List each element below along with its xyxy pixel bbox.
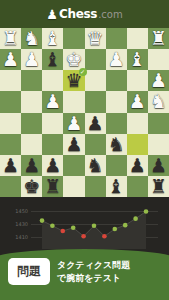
rating-point-pass-1428 — [92, 224, 97, 229]
square-f1[interactable]: ♝ — [42, 28, 63, 49]
square-d6[interactable] — [85, 134, 106, 155]
piece-bN-c6: ♞ — [108, 134, 125, 155]
square-c7[interactable] — [106, 155, 127, 176]
square-h6[interactable] — [0, 134, 21, 155]
piece-wN-g1: ♞ — [23, 28, 40, 49]
piece-wP-h2: ♟ — [2, 49, 19, 70]
ytick-label-1430: 1430 — [15, 221, 28, 227]
square-g5[interactable] — [21, 113, 42, 134]
square-f3[interactable] — [42, 70, 63, 91]
app-header: ♟ Chess .com — [0, 0, 169, 28]
square-e1[interactable] — [63, 28, 84, 49]
square-d8[interactable] — [85, 176, 106, 197]
rating-point-pass-1423 — [113, 227, 118, 232]
piece-bB-c8: ♝ — [108, 176, 125, 197]
square-g1[interactable]: ♞ — [21, 28, 42, 49]
promo-banner[interactable]: 問題 タクティクス問題 で腕前をテスト — [0, 258, 169, 285]
piece-bK-g8: ♚ — [23, 176, 40, 197]
promo-text-line2: で腕前をテスト — [57, 272, 130, 285]
piece-bR-a8: ♜ — [150, 176, 167, 197]
square-h7[interactable]: ♟ — [0, 155, 21, 176]
chess-board: ♜♞♝♛♜♟♟♝♚♟♝♛✓♟♟♟♞♟♟♟♞♟♟♟♞♟♟♚♜♝♜ — [0, 28, 169, 197]
square-g7[interactable]: ♟ — [21, 155, 42, 176]
piece-wB-b2: ♝ — [129, 49, 146, 70]
square-c5[interactable] — [106, 113, 127, 134]
square-g2[interactable]: ♟ — [21, 49, 42, 70]
rating-point-fail-1412 — [102, 234, 107, 239]
square-h3[interactable] — [0, 70, 21, 91]
piece-bR-f8: ♜ — [44, 176, 61, 197]
square-c2[interactable]: ♟ — [106, 49, 127, 70]
square-f5[interactable] — [42, 113, 63, 134]
square-f4[interactable]: ♟ — [42, 91, 63, 112]
piece-bP-f7: ♟ — [44, 155, 61, 176]
square-b7[interactable]: ♟ — [127, 155, 148, 176]
rating-point-pass-1425 — [71, 225, 76, 230]
square-g6[interactable] — [21, 134, 42, 155]
square-c3[interactable] — [106, 70, 127, 91]
piece-wP-b4: ♟ — [129, 91, 146, 112]
square-e8[interactable] — [63, 176, 84, 197]
piece-bP-g7: ♟ — [23, 155, 40, 176]
square-f8[interactable]: ♜ — [42, 176, 63, 197]
rating-point-fail-1420 — [61, 229, 66, 234]
rating-point-pass-1428 — [50, 224, 55, 229]
square-b8[interactable] — [127, 176, 148, 197]
piece-wP-e5: ♟ — [65, 113, 82, 134]
piece-bP-a7: ♟ — [150, 155, 167, 176]
square-b4[interactable]: ♟ — [127, 91, 148, 112]
square-g8[interactable]: ♚ — [21, 176, 42, 197]
square-b1[interactable] — [127, 28, 148, 49]
promo-text: タクティクス問題 で腕前をテスト — [57, 259, 130, 285]
piece-wK-e2: ♚ — [65, 49, 82, 70]
square-c1[interactable] — [106, 28, 127, 49]
square-d4[interactable] — [85, 91, 106, 112]
piece-wQ-d1: ♛ — [87, 28, 104, 49]
square-a7[interactable]: ♟ — [148, 155, 169, 176]
square-f7[interactable]: ♟ — [42, 155, 63, 176]
square-b3[interactable] — [127, 70, 148, 91]
piece-wR-h1: ♜ — [2, 28, 19, 49]
chess-com-logo: ♟ Chess .com — [46, 7, 122, 21]
piece-wP-c2: ♟ — [108, 49, 125, 70]
square-a3[interactable]: ♟ — [148, 70, 169, 91]
piece-bB-f2: ♝ — [44, 49, 61, 70]
logo-tld-text: .com — [98, 9, 123, 20]
piece-wP-a3: ♟ — [150, 70, 167, 91]
square-a2[interactable] — [148, 49, 169, 70]
correct-move-check-icon: ✓ — [79, 68, 87, 76]
square-d3[interactable] — [85, 70, 106, 91]
square-f6[interactable] — [42, 134, 63, 155]
square-e7[interactable] — [63, 155, 84, 176]
square-c8[interactable]: ♝ — [106, 176, 127, 197]
square-b5[interactable] — [127, 113, 148, 134]
square-c6[interactable]: ♞ — [106, 134, 127, 155]
square-h1[interactable]: ♜ — [0, 28, 21, 49]
square-a5[interactable] — [148, 113, 169, 134]
square-a6[interactable] — [148, 134, 169, 155]
square-e2[interactable]: ♚ — [63, 49, 84, 70]
piece-bP-e6: ♟ — [65, 134, 82, 155]
square-e3[interactable]: ♛✓ — [63, 70, 84, 91]
square-c4[interactable] — [106, 91, 127, 112]
square-d5[interactable]: ♟ — [85, 113, 106, 134]
square-a8[interactable]: ♜ — [148, 176, 169, 197]
square-d2[interactable] — [85, 49, 106, 70]
chess-com-app-screen: ♟ Chess .com ♜♞♝♛♜♟♟♝♚♟♝♛✓♟♟♟♞♟♟♟♞♟♟♟♞♟♟… — [0, 0, 169, 300]
square-d7[interactable]: ♞ — [85, 155, 106, 176]
ytick-label-1410: 1410 — [15, 234, 28, 240]
logo-brand-text: Chess — [59, 7, 97, 21]
piece-wR-a1: ♜ — [150, 28, 167, 49]
piece-bP-h7: ♟ — [2, 155, 19, 176]
square-e4[interactable] — [63, 91, 84, 112]
piece-wB-f1: ♝ — [44, 28, 61, 49]
square-g3[interactable] — [21, 70, 42, 91]
ytick-label-1450: 1450 — [15, 208, 28, 214]
puzzles-badge: 問題 — [8, 258, 50, 285]
rating-point-pass-1436 — [40, 218, 45, 223]
promo-text-line1: タクティクス問題 — [57, 259, 130, 272]
square-h5[interactable] — [0, 113, 21, 134]
rating-point-pass-1450 — [144, 209, 149, 214]
square-h2[interactable]: ♟ — [0, 49, 21, 70]
piece-bP-d5: ♟ — [87, 113, 104, 134]
rating-point-fail-1412 — [81, 234, 86, 239]
rating-point-pass-1429 — [123, 223, 128, 228]
piece-wP-f4: ♟ — [44, 91, 61, 112]
square-h4[interactable] — [0, 91, 21, 112]
square-h8[interactable] — [0, 176, 21, 197]
square-g4[interactable] — [21, 91, 42, 112]
chess-com-pawn-logo-icon: ♟ — [46, 8, 58, 21]
square-e6[interactable]: ♟ — [63, 134, 84, 155]
rating-area-fill — [42, 212, 146, 250]
square-b2[interactable]: ♝ — [127, 49, 148, 70]
square-e5[interactable]: ♟ — [63, 113, 84, 134]
rating-point-pass-1439 — [133, 216, 138, 221]
piece-bN-d7: ♞ — [87, 155, 104, 176]
piece-wN-a4: ♞ — [150, 91, 167, 112]
square-a4[interactable]: ♞ — [148, 91, 169, 112]
square-f2[interactable]: ♝ — [42, 49, 63, 70]
square-d1[interactable]: ♛ — [85, 28, 106, 49]
piece-wP-g2: ♟ — [23, 49, 40, 70]
piece-bP-b7: ♟ — [129, 155, 146, 176]
square-b6[interactable] — [127, 134, 148, 155]
square-a1[interactable]: ♜ — [148, 28, 169, 49]
